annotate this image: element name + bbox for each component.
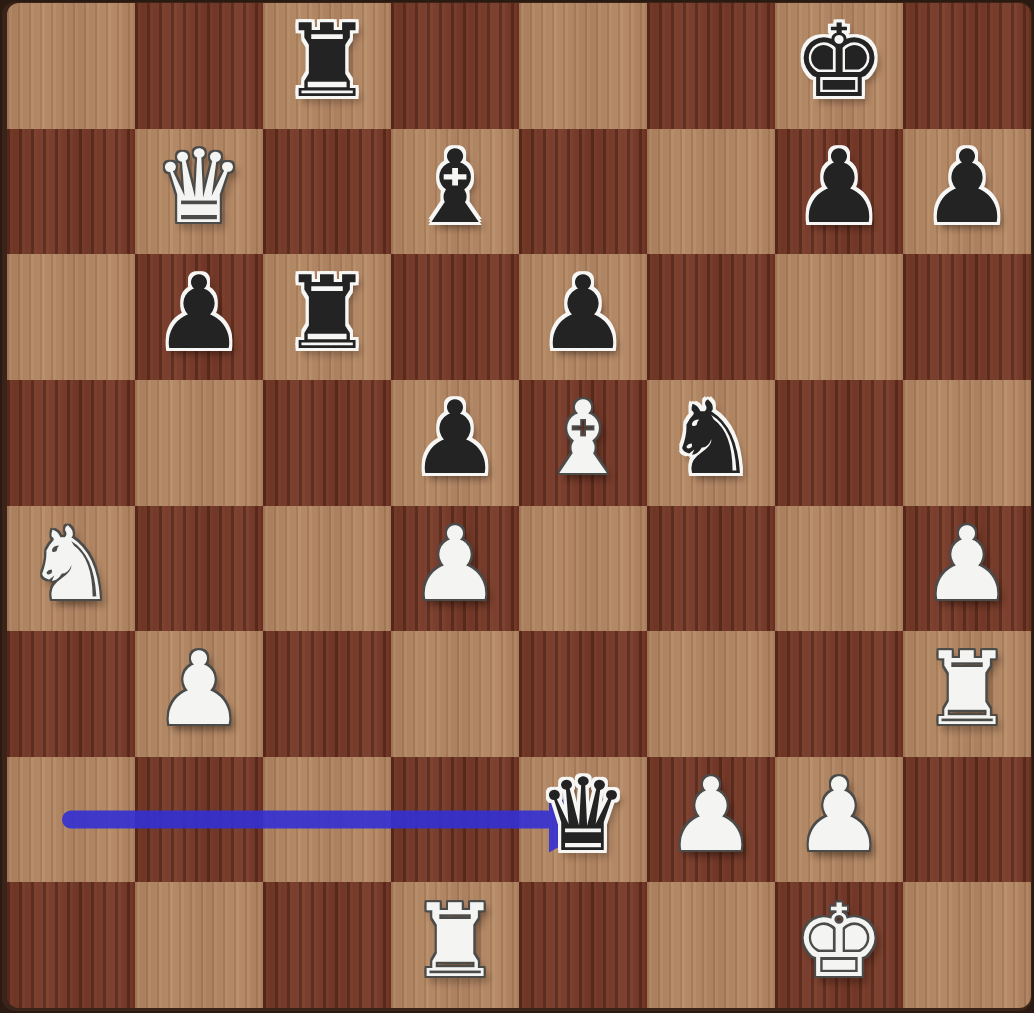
white-rook-h3[interactable]: ♜ — [922, 639, 1013, 740]
square-b2[interactable] — [135, 757, 263, 883]
square-b7[interactable]: ♛ — [135, 129, 263, 255]
square-f8[interactable] — [647, 3, 775, 129]
square-g3[interactable] — [775, 631, 903, 757]
chess-board: ♜♚♛♝♟♟♟♜♟♟♝♞♞♟♟♟♜♛♟♟♜♚ — [7, 3, 1031, 1008]
square-a5[interactable] — [7, 380, 135, 506]
square-h6[interactable] — [903, 254, 1031, 380]
square-b5[interactable] — [135, 380, 263, 506]
square-h1[interactable] — [903, 882, 1031, 1008]
white-pawn-h4[interactable]: ♟ — [922, 514, 1013, 615]
black-pawn-h7[interactable]: ♟ — [922, 137, 1013, 238]
white-pawn-b3[interactable]: ♟ — [154, 639, 245, 740]
square-c7[interactable] — [263, 129, 391, 255]
square-g2[interactable]: ♟ — [775, 757, 903, 883]
square-d6[interactable] — [391, 254, 519, 380]
square-e6[interactable]: ♟ — [519, 254, 647, 380]
square-h5[interactable] — [903, 380, 1031, 506]
square-e8[interactable] — [519, 3, 647, 129]
square-d7[interactable]: ♝ — [391, 129, 519, 255]
square-g8[interactable]: ♚ — [775, 3, 903, 129]
black-bishop-d7[interactable]: ♝ — [410, 137, 501, 238]
square-d5[interactable]: ♟ — [391, 380, 519, 506]
white-pawn-d4[interactable]: ♟ — [410, 514, 501, 615]
square-g7[interactable]: ♟ — [775, 129, 903, 255]
chess-app-window: ♜♚♛♝♟♟♟♜♟♟♝♞♞♟♟♟♜♛♟♟♜♚ — [0, 0, 1034, 1013]
square-e2[interactable]: ♛ — [519, 757, 647, 883]
black-king-g8[interactable]: ♚ — [794, 11, 885, 112]
white-rook-d1[interactable]: ♜ — [410, 891, 501, 992]
white-queen-b7[interactable]: ♛ — [154, 137, 245, 238]
square-b4[interactable] — [135, 506, 263, 632]
black-knight-f5[interactable]: ♞ — [666, 388, 757, 489]
square-h3[interactable]: ♜ — [903, 631, 1031, 757]
square-g1[interactable]: ♚ — [775, 882, 903, 1008]
square-h4[interactable]: ♟ — [903, 506, 1031, 632]
square-a3[interactable] — [7, 631, 135, 757]
square-g6[interactable] — [775, 254, 903, 380]
square-f7[interactable] — [647, 129, 775, 255]
square-b6[interactable]: ♟ — [135, 254, 263, 380]
square-a4[interactable]: ♞ — [7, 506, 135, 632]
square-d8[interactable] — [391, 3, 519, 129]
square-f4[interactable] — [647, 506, 775, 632]
square-b1[interactable] — [135, 882, 263, 1008]
square-e3[interactable] — [519, 631, 647, 757]
square-a8[interactable] — [7, 3, 135, 129]
square-c5[interactable] — [263, 380, 391, 506]
black-pawn-e6[interactable]: ♟ — [538, 263, 629, 364]
black-queen-e2[interactable]: ♛ — [538, 765, 629, 866]
square-d4[interactable]: ♟ — [391, 506, 519, 632]
square-e7[interactable] — [519, 129, 647, 255]
square-c3[interactable] — [263, 631, 391, 757]
square-c4[interactable] — [263, 506, 391, 632]
black-rook-c8[interactable]: ♜ — [282, 11, 373, 112]
square-c8[interactable]: ♜ — [263, 3, 391, 129]
square-b8[interactable] — [135, 3, 263, 129]
square-b3[interactable]: ♟ — [135, 631, 263, 757]
square-d3[interactable] — [391, 631, 519, 757]
square-f6[interactable] — [647, 254, 775, 380]
black-pawn-g7[interactable]: ♟ — [794, 137, 885, 238]
square-c1[interactable] — [263, 882, 391, 1008]
black-pawn-d5[interactable]: ♟ — [410, 388, 501, 489]
black-pawn-b6[interactable]: ♟ — [154, 263, 245, 364]
square-a7[interactable] — [7, 129, 135, 255]
square-c2[interactable] — [263, 757, 391, 883]
square-h2[interactable] — [903, 757, 1031, 883]
square-f1[interactable] — [647, 882, 775, 1008]
square-h7[interactable]: ♟ — [903, 129, 1031, 255]
white-king-g1[interactable]: ♚ — [794, 891, 885, 992]
square-e4[interactable] — [519, 506, 647, 632]
square-h8[interactable] — [903, 3, 1031, 129]
square-f3[interactable] — [647, 631, 775, 757]
square-a1[interactable] — [7, 882, 135, 1008]
square-e1[interactable] — [519, 882, 647, 1008]
white-bishop-e5[interactable]: ♝ — [538, 388, 629, 489]
black-rook-c6[interactable]: ♜ — [282, 263, 373, 364]
square-c6[interactable]: ♜ — [263, 254, 391, 380]
square-g5[interactable] — [775, 380, 903, 506]
square-f5[interactable]: ♞ — [647, 380, 775, 506]
square-e5[interactable]: ♝ — [519, 380, 647, 506]
white-pawn-g2[interactable]: ♟ — [794, 765, 885, 866]
square-a6[interactable] — [7, 254, 135, 380]
square-d1[interactable]: ♜ — [391, 882, 519, 1008]
square-a2[interactable] — [7, 757, 135, 883]
white-pawn-f2[interactable]: ♟ — [666, 765, 757, 866]
square-f2[interactable]: ♟ — [647, 757, 775, 883]
square-d2[interactable] — [391, 757, 519, 883]
square-g4[interactable] — [775, 506, 903, 632]
white-knight-a4[interactable]: ♞ — [26, 514, 117, 615]
